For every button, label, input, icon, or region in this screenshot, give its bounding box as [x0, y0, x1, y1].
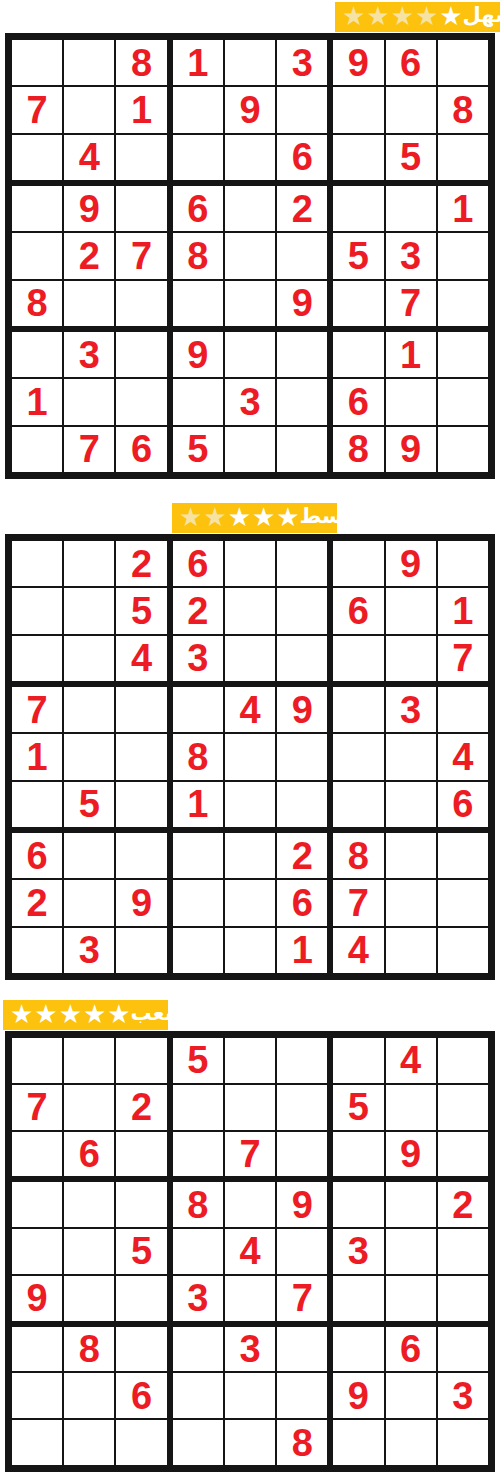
sudoku-cell-medium-r2c9: 1 — [438, 588, 488, 633]
sudoku-cell-hard-r8c5 — [225, 1373, 275, 1418]
star-rating-easy: ★★★★★ — [342, 4, 463, 30]
sudoku-cell-easy-r6c9 — [438, 281, 488, 326]
sudoku-cell-easy-r8c5: 3 — [225, 379, 275, 424]
sudoku-cell-easy-r3c1 — [12, 135, 62, 180]
sudoku-cell-hard-r9c4 — [173, 1420, 223, 1465]
sudoku-cell-easy-r5c6 — [277, 233, 327, 278]
sudoku-cell-easy-r1c7: 9 — [333, 40, 383, 85]
sudoku-cell-hard-r9c8 — [386, 1420, 436, 1465]
sudoku-cell-hard-r2c8 — [386, 1085, 436, 1130]
sudoku-cell-medium-r3c3: 4 — [116, 636, 166, 681]
sudoku-cell-medium-r7c4 — [173, 833, 223, 878]
sudoku-cell-easy-r1c4: 1 — [173, 40, 223, 85]
sudoku-cell-hard-r8c1 — [12, 1373, 62, 1418]
sudoku-cell-hard-r7c4 — [173, 1327, 223, 1372]
sudoku-cell-easy-r6c1: 8 — [12, 281, 62, 326]
sudoku-cell-medium-r3c6 — [277, 636, 327, 681]
sudoku-cell-medium-r3c8 — [386, 636, 436, 681]
sudoku-cell-hard-r6c5 — [225, 1276, 275, 1321]
sudoku-cell-hard-r3c5: 7 — [225, 1132, 275, 1177]
sudoku-box-easy-b2: 1396 — [173, 40, 328, 180]
difficulty-label-easy: سهل — [463, 5, 500, 26]
sudoku-cell-hard-r6c4: 3 — [173, 1276, 223, 1321]
sudoku-cell-easy-r8c1: 1 — [12, 379, 62, 424]
star-unfilled-icon: ★ — [366, 3, 389, 29]
sudoku-cell-medium-r1c6 — [277, 541, 327, 586]
sudoku-cell-medium-r2c2 — [64, 588, 114, 633]
sudoku-cell-hard-r8c6 — [277, 1373, 327, 1418]
sudoku-cell-hard-r1c2 — [64, 1038, 114, 1083]
sudoku-cell-easy-r2c5: 9 — [225, 87, 275, 132]
sudoku-cell-medium-r1c7 — [333, 541, 383, 586]
sudoku-cell-easy-r6c4 — [173, 281, 223, 326]
sudoku-cell-medium-r3c5 — [225, 636, 275, 681]
sudoku-cell-hard-r3c9 — [438, 1132, 488, 1177]
sudoku-cell-hard-r8c3: 6 — [116, 1373, 166, 1418]
sudoku-cell-medium-r4c4 — [173, 687, 223, 732]
star-filled-icon: ★ — [252, 504, 275, 530]
sudoku-cell-easy-r2c4 — [173, 87, 223, 132]
sudoku-cell-hard-r8c9: 3 — [438, 1373, 488, 1418]
sudoku-cell-medium-r9c9 — [438, 928, 488, 973]
sudoku-cell-medium-r4c2 — [64, 687, 114, 732]
sudoku-page: ★★★★★ سهل 871413969685927862891537317693… — [0, 0, 500, 1477]
star-filled-icon: ★ — [83, 1001, 106, 1027]
sudoku-box-medium-b7: 6293 — [12, 833, 167, 973]
sudoku-cell-easy-r1c5 — [225, 40, 275, 85]
sudoku-cell-medium-r2c6 — [277, 588, 327, 633]
sudoku-cell-hard-r4c8 — [386, 1182, 436, 1227]
sudoku-cell-medium-r7c8 — [386, 833, 436, 878]
sudoku-cell-medium-r3c2 — [64, 636, 114, 681]
sudoku-box-medium-b9: 874 — [333, 833, 488, 973]
sudoku-box-hard-b7: 86 — [12, 1327, 167, 1465]
sudoku-board-easy: 87141396968592786289153731769351689 — [5, 33, 495, 479]
sudoku-cell-easy-r3c2: 4 — [64, 135, 114, 180]
sudoku-cell-medium-r4c9 — [438, 687, 488, 732]
sudoku-cell-easy-r3c9 — [438, 135, 488, 180]
sudoku-cell-hard-r5c9 — [438, 1229, 488, 1274]
sudoku-cell-medium-r6c6 — [277, 782, 327, 827]
sudoku-box-easy-b1: 8714 — [12, 40, 167, 180]
sudoku-cell-medium-r4c5: 4 — [225, 687, 275, 732]
sudoku-cell-easy-r8c4 — [173, 379, 223, 424]
sudoku-cell-hard-r1c8: 4 — [386, 1038, 436, 1083]
sudoku-cell-easy-r4c6: 2 — [277, 186, 327, 231]
sudoku-cell-medium-r6c5 — [225, 782, 275, 827]
sudoku-box-easy-b3: 9685 — [333, 40, 488, 180]
star-filled-icon: ★ — [228, 504, 251, 530]
sudoku-cell-easy-r7c8: 1 — [386, 332, 436, 377]
sudoku-cell-hard-r2c3: 2 — [116, 1085, 166, 1130]
sudoku-cell-medium-r5c3 — [116, 734, 166, 779]
difficulty-label-medium: وسط — [300, 506, 356, 527]
sudoku-cell-easy-r5c7: 5 — [333, 233, 383, 278]
sudoku-cell-medium-r7c7: 8 — [333, 833, 383, 878]
sudoku-cell-hard-r8c7: 9 — [333, 1373, 383, 1418]
sudoku-cell-easy-r7c7 — [333, 332, 383, 377]
sudoku-cell-medium-r7c2 — [64, 833, 114, 878]
sudoku-cell-medium-r4c8: 3 — [386, 687, 436, 732]
sudoku-cell-medium-r9c1 — [12, 928, 62, 973]
sudoku-cell-hard-r2c1: 7 — [12, 1085, 62, 1130]
sudoku-cell-easy-r2c8 — [386, 87, 436, 132]
sudoku-cell-easy-r5c9 — [438, 233, 488, 278]
sudoku-cell-easy-r5c2: 2 — [64, 233, 114, 278]
sudoku-cell-easy-r9c5 — [225, 427, 275, 472]
sudoku-cell-hard-r4c4: 8 — [173, 1182, 223, 1227]
sudoku-cell-hard-r9c2 — [64, 1420, 114, 1465]
sudoku-cell-easy-r7c9 — [438, 332, 488, 377]
sudoku-box-hard-b2: 57 — [173, 1038, 328, 1176]
sudoku-cell-hard-r8c4 — [173, 1373, 223, 1418]
sudoku-cell-hard-r4c6: 9 — [277, 1182, 327, 1227]
sudoku-cell-easy-r3c4 — [173, 135, 223, 180]
sudoku-cell-medium-r9c8 — [386, 928, 436, 973]
difficulty-banner-hard: ★★★★★ صعب — [3, 1000, 168, 1030]
sudoku-cell-medium-r8c4 — [173, 880, 223, 925]
sudoku-cell-hard-r5c8 — [386, 1229, 436, 1274]
difficulty-banner-medium: ★★★★★ وسط — [172, 503, 337, 533]
sudoku-cell-medium-r7c5 — [225, 833, 275, 878]
sudoku-box-easy-b7: 3176 — [12, 332, 167, 472]
sudoku-cell-easy-r2c2 — [64, 87, 114, 132]
sudoku-cell-easy-r3c5 — [225, 135, 275, 180]
sudoku-cell-medium-r2c8 — [386, 588, 436, 633]
sudoku-cell-easy-r5c3: 7 — [116, 233, 166, 278]
star-filled-icon: ★ — [59, 1001, 82, 1027]
sudoku-box-medium-b1: 254 — [12, 541, 167, 681]
star-unfilled-icon: ★ — [179, 504, 202, 530]
sudoku-cell-easy-r2c9: 8 — [438, 87, 488, 132]
sudoku-cell-easy-r5c1 — [12, 233, 62, 278]
sudoku-cell-easy-r4c3 — [116, 186, 166, 231]
sudoku-cell-hard-r2c5 — [225, 1085, 275, 1130]
sudoku-cell-easy-r8c7: 6 — [333, 379, 383, 424]
sudoku-cell-hard-r7c5: 3 — [225, 1327, 275, 1372]
sudoku-cell-medium-r5c8 — [386, 734, 436, 779]
sudoku-cell-easy-r9c4: 5 — [173, 427, 223, 472]
sudoku-cell-hard-r5c1 — [12, 1229, 62, 1274]
sudoku-cell-easy-r6c6: 9 — [277, 281, 327, 326]
sudoku-cell-hard-r2c9 — [438, 1085, 488, 1130]
sudoku-cell-hard-r6c7 — [333, 1276, 383, 1321]
sudoku-cell-easy-r5c4: 8 — [173, 233, 223, 278]
sudoku-cell-hard-r5c3: 5 — [116, 1229, 166, 1274]
sudoku-cell-easy-r8c6 — [277, 379, 327, 424]
sudoku-cell-hard-r8c8 — [386, 1373, 436, 1418]
sudoku-cell-easy-r9c7: 8 — [333, 427, 383, 472]
star-filled-icon: ★ — [34, 1001, 57, 1027]
sudoku-cell-medium-r6c2: 5 — [64, 782, 114, 827]
sudoku-cell-hard-r9c5 — [225, 1420, 275, 1465]
sudoku-cell-medium-r2c1 — [12, 588, 62, 633]
sudoku-cell-hard-r4c1 — [12, 1182, 62, 1227]
sudoku-cell-easy-r7c1 — [12, 332, 62, 377]
sudoku-cell-easy-r2c6 — [277, 87, 327, 132]
sudoku-cell-hard-r3c2: 6 — [64, 1132, 114, 1177]
sudoku-cell-hard-r2c4 — [173, 1085, 223, 1130]
sudoku-cell-hard-r3c8: 9 — [386, 1132, 436, 1177]
sudoku-cell-medium-r3c7 — [333, 636, 383, 681]
sudoku-cell-hard-r2c7: 5 — [333, 1085, 383, 1130]
sudoku-cell-hard-r3c4 — [173, 1132, 223, 1177]
sudoku-cell-easy-r3c7 — [333, 135, 383, 180]
star-rating-medium: ★★★★★ — [179, 505, 300, 531]
sudoku-cell-medium-r9c2: 3 — [64, 928, 114, 973]
sudoku-cell-easy-r9c3: 6 — [116, 427, 166, 472]
sudoku-cell-easy-r8c8 — [386, 379, 436, 424]
sudoku-cell-medium-r1c3: 2 — [116, 541, 166, 586]
sudoku-cell-easy-r3c8: 5 — [386, 135, 436, 180]
sudoku-cell-medium-r1c9 — [438, 541, 488, 586]
sudoku-cell-medium-r4c7 — [333, 687, 383, 732]
sudoku-cell-easy-r3c6: 6 — [277, 135, 327, 180]
sudoku-cell-hard-r1c4: 5 — [173, 1038, 223, 1083]
sudoku-cell-hard-r6c2 — [64, 1276, 114, 1321]
sudoku-cell-easy-r1c1 — [12, 40, 62, 85]
star-filled-icon: ★ — [10, 1001, 33, 1027]
sudoku-cell-medium-r7c6: 2 — [277, 833, 327, 878]
sudoku-cell-easy-r6c5 — [225, 281, 275, 326]
sudoku-cell-easy-r9c8: 9 — [386, 427, 436, 472]
sudoku-cell-easy-r4c9: 1 — [438, 186, 488, 231]
sudoku-cell-hard-r7c7 — [333, 1327, 383, 1372]
sudoku-cell-easy-r6c3 — [116, 281, 166, 326]
difficulty-banner-easy: ★★★★★ سهل — [335, 2, 500, 32]
sudoku-cell-hard-r6c8 — [386, 1276, 436, 1321]
sudoku-cell-easy-r7c6 — [277, 332, 327, 377]
sudoku-box-medium-b8: 261 — [173, 833, 328, 973]
sudoku-cell-medium-r8c5 — [225, 880, 275, 925]
sudoku-cell-medium-r6c3 — [116, 782, 166, 827]
star-rating-hard: ★★★★★ — [10, 1002, 131, 1028]
sudoku-cell-hard-r2c2 — [64, 1085, 114, 1130]
sudoku-cell-medium-r8c6: 6 — [277, 880, 327, 925]
sudoku-cell-hard-r7c3 — [116, 1327, 166, 1372]
sudoku-cell-hard-r5c5: 4 — [225, 1229, 275, 1274]
sudoku-cell-medium-r9c7: 4 — [333, 928, 383, 973]
sudoku-cell-hard-r3c1 — [12, 1132, 62, 1177]
sudoku-cell-hard-r7c9 — [438, 1327, 488, 1372]
sudoku-cell-easy-r1c9 — [438, 40, 488, 85]
star-filled-icon: ★ — [439, 3, 462, 29]
sudoku-cell-hard-r6c1: 9 — [12, 1276, 62, 1321]
sudoku-cell-easy-r9c9 — [438, 427, 488, 472]
sudoku-cell-easy-r1c8: 6 — [386, 40, 436, 85]
sudoku-cell-easy-r5c5 — [225, 233, 275, 278]
sudoku-box-hard-b8: 38 — [173, 1327, 328, 1465]
sudoku-cell-medium-r4c6: 9 — [277, 687, 327, 732]
sudoku-cell-easy-r4c1 — [12, 186, 62, 231]
sudoku-cell-easy-r6c8: 7 — [386, 281, 436, 326]
sudoku-cell-medium-r8c9 — [438, 880, 488, 925]
sudoku-cell-hard-r1c9 — [438, 1038, 488, 1083]
sudoku-cell-hard-r7c1 — [12, 1327, 62, 1372]
sudoku-cell-medium-r8c8 — [386, 880, 436, 925]
sudoku-cell-medium-r8c3: 9 — [116, 880, 166, 925]
sudoku-cell-easy-r4c8 — [386, 186, 436, 231]
sudoku-cell-hard-r4c2 — [64, 1182, 114, 1227]
sudoku-cell-easy-r3c3 — [116, 135, 166, 180]
sudoku-box-easy-b4: 9278 — [12, 186, 167, 326]
sudoku-cell-easy-r7c5 — [225, 332, 275, 377]
sudoku-cell-easy-r2c7 — [333, 87, 383, 132]
star-filled-icon: ★ — [107, 1001, 130, 1027]
sudoku-cell-medium-r9c4 — [173, 928, 223, 973]
sudoku-board-hard: 726574595989437238638693 — [5, 1031, 495, 1472]
sudoku-cell-hard-r3c7 — [333, 1132, 383, 1177]
sudoku-cell-medium-r4c1: 7 — [12, 687, 62, 732]
sudoku-cell-hard-r4c7 — [333, 1182, 383, 1227]
sudoku-box-easy-b8: 935 — [173, 332, 328, 472]
sudoku-cell-hard-r1c5 — [225, 1038, 275, 1083]
sudoku-cell-medium-r3c1 — [12, 636, 62, 681]
sudoku-cell-easy-r9c2: 7 — [64, 427, 114, 472]
sudoku-cell-medium-r1c1 — [12, 541, 62, 586]
sudoku-cell-medium-r5c4: 8 — [173, 734, 223, 779]
sudoku-box-hard-b1: 726 — [12, 1038, 167, 1176]
sudoku-cell-easy-r7c2: 3 — [64, 332, 114, 377]
sudoku-cell-easy-r8c9 — [438, 379, 488, 424]
sudoku-cell-easy-r8c3 — [116, 379, 166, 424]
sudoku-box-medium-b5: 4981 — [173, 687, 328, 827]
sudoku-cell-medium-r2c5 — [225, 588, 275, 633]
sudoku-cell-hard-r9c3 — [116, 1420, 166, 1465]
star-unfilled-icon: ★ — [203, 504, 226, 530]
sudoku-cell-easy-r4c2: 9 — [64, 186, 114, 231]
sudoku-cell-medium-r2c3: 5 — [116, 588, 166, 633]
sudoku-cell-medium-r1c2 — [64, 541, 114, 586]
sudoku-cell-easy-r1c2 — [64, 40, 114, 85]
sudoku-cell-medium-r7c9 — [438, 833, 488, 878]
sudoku-cell-hard-r7c6 — [277, 1327, 327, 1372]
sudoku-cell-hard-r1c6 — [277, 1038, 327, 1083]
sudoku-box-hard-b9: 693 — [333, 1327, 488, 1465]
sudoku-cell-hard-r3c3 — [116, 1132, 166, 1177]
sudoku-cell-hard-r5c2 — [64, 1229, 114, 1274]
sudoku-cell-medium-r9c5 — [225, 928, 275, 973]
sudoku-cell-hard-r2c6 — [277, 1085, 327, 1130]
sudoku-box-hard-b6: 23 — [333, 1182, 488, 1320]
sudoku-cell-hard-r9c6: 8 — [277, 1420, 327, 1465]
sudoku-cell-medium-r5c1: 1 — [12, 734, 62, 779]
sudoku-cell-hard-r7c8: 6 — [386, 1327, 436, 1372]
sudoku-cell-medium-r5c9: 4 — [438, 734, 488, 779]
sudoku-cell-hard-r9c9 — [438, 1420, 488, 1465]
sudoku-cell-hard-r1c3 — [116, 1038, 166, 1083]
sudoku-cell-hard-r5c4 — [173, 1229, 223, 1274]
sudoku-cell-easy-r6c2 — [64, 281, 114, 326]
sudoku-cell-hard-r7c2: 8 — [64, 1327, 114, 1372]
sudoku-cell-hard-r4c3 — [116, 1182, 166, 1227]
sudoku-box-hard-b4: 59 — [12, 1182, 167, 1320]
sudoku-cell-medium-r6c9: 6 — [438, 782, 488, 827]
sudoku-cell-medium-r5c5 — [225, 734, 275, 779]
sudoku-cell-hard-r9c1 — [12, 1420, 62, 1465]
sudoku-cell-medium-r3c9: 7 — [438, 636, 488, 681]
sudoku-box-hard-b3: 459 — [333, 1038, 488, 1176]
sudoku-cell-easy-r8c2 — [64, 379, 114, 424]
sudoku-box-medium-b4: 715 — [12, 687, 167, 827]
sudoku-cell-medium-r3c4: 3 — [173, 636, 223, 681]
star-unfilled-icon: ★ — [415, 3, 438, 29]
sudoku-cell-hard-r4c5 — [225, 1182, 275, 1227]
sudoku-cell-hard-r4c9: 2 — [438, 1182, 488, 1227]
sudoku-cell-easy-r1c3: 8 — [116, 40, 166, 85]
sudoku-cell-hard-r6c3 — [116, 1276, 166, 1321]
sudoku-cell-hard-r1c7 — [333, 1038, 383, 1083]
star-filled-icon: ★ — [276, 504, 299, 530]
sudoku-cell-medium-r4c3 — [116, 687, 166, 732]
sudoku-cell-easy-r5c8: 3 — [386, 233, 436, 278]
sudoku-cell-medium-r6c7 — [333, 782, 383, 827]
sudoku-cell-medium-r8c1: 2 — [12, 880, 62, 925]
sudoku-box-medium-b3: 9617 — [333, 541, 488, 681]
sudoku-cell-hard-r5c6 — [277, 1229, 327, 1274]
sudoku-box-medium-b6: 346 — [333, 687, 488, 827]
sudoku-cell-medium-r8c2 — [64, 880, 114, 925]
sudoku-cell-easy-r9c1 — [12, 427, 62, 472]
sudoku-cell-medium-r5c2 — [64, 734, 114, 779]
sudoku-cell-medium-r5c6 — [277, 734, 327, 779]
sudoku-cell-hard-r8c2 — [64, 1373, 114, 1418]
sudoku-cell-medium-r7c1: 6 — [12, 833, 62, 878]
sudoku-cell-medium-r6c4: 1 — [173, 782, 223, 827]
sudoku-cell-medium-r6c1 — [12, 782, 62, 827]
sudoku-cell-easy-r1c6: 3 — [277, 40, 327, 85]
sudoku-cell-easy-r2c1: 7 — [12, 87, 62, 132]
sudoku-cell-medium-r5c7 — [333, 734, 383, 779]
sudoku-cell-hard-r6c9 — [438, 1276, 488, 1321]
sudoku-cell-easy-r2c3: 1 — [116, 87, 166, 132]
sudoku-cell-medium-r1c4: 6 — [173, 541, 223, 586]
sudoku-box-easy-b9: 1689 — [333, 332, 488, 472]
sudoku-cell-medium-r1c8: 9 — [386, 541, 436, 586]
sudoku-cell-hard-r6c6: 7 — [277, 1276, 327, 1321]
sudoku-box-easy-b5: 6289 — [173, 186, 328, 326]
sudoku-cell-easy-r9c6 — [277, 427, 327, 472]
sudoku-box-medium-b2: 623 — [173, 541, 328, 681]
sudoku-cell-medium-r9c3 — [116, 928, 166, 973]
sudoku-box-hard-b5: 89437 — [173, 1182, 328, 1320]
sudoku-cell-hard-r3c6 — [277, 1132, 327, 1177]
sudoku-cell-medium-r1c5 — [225, 541, 275, 586]
sudoku-cell-medium-r6c8 — [386, 782, 436, 827]
sudoku-cell-easy-r4c4: 6 — [173, 186, 223, 231]
sudoku-cell-hard-r9c7 — [333, 1420, 383, 1465]
sudoku-cell-easy-r6c7 — [333, 281, 383, 326]
sudoku-cell-medium-r9c6: 1 — [277, 928, 327, 973]
sudoku-cell-hard-r5c7: 3 — [333, 1229, 383, 1274]
sudoku-cell-medium-r2c7: 6 — [333, 588, 383, 633]
sudoku-cell-medium-r2c4: 2 — [173, 588, 223, 633]
sudoku-board-medium: 254623961771549813466293261874 — [5, 534, 495, 980]
sudoku-cell-medium-r7c3 — [116, 833, 166, 878]
sudoku-box-easy-b6: 1537 — [333, 186, 488, 326]
sudoku-cell-easy-r7c4: 9 — [173, 332, 223, 377]
sudoku-cell-easy-r4c5 — [225, 186, 275, 231]
sudoku-cell-easy-r7c3 — [116, 332, 166, 377]
sudoku-cell-easy-r4c7 — [333, 186, 383, 231]
star-unfilled-icon: ★ — [342, 3, 365, 29]
star-unfilled-icon: ★ — [391, 3, 414, 29]
sudoku-cell-hard-r1c1 — [12, 1038, 62, 1083]
sudoku-cell-medium-r8c7: 7 — [333, 880, 383, 925]
difficulty-label-hard: صعب — [131, 1003, 185, 1024]
